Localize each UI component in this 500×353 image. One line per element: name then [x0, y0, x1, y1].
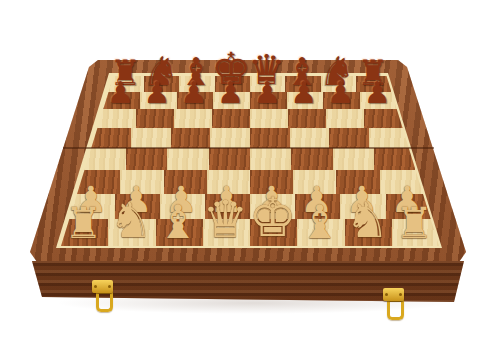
white-bishop[interactable]: ♝ — [299, 199, 340, 245]
white-rook[interactable]: ♜ — [395, 202, 434, 245]
black-pawn[interactable]: ♟ — [327, 78, 354, 108]
black-pawn[interactable]: ♟ — [217, 78, 244, 108]
white-king[interactable]: ♚ — [248, 191, 296, 245]
latch-loop-icon — [387, 299, 404, 320]
latch-plate-icon — [383, 288, 404, 301]
black-pawn[interactable]: ♟ — [181, 78, 208, 108]
white-knight[interactable]: ♞ — [109, 196, 153, 245]
product-photo: ♜♞♝♚♛♝♞♜♟♟♟♟♟♟♟♟♟♟♟♟♟♟♟♟♜♞♝♛♚♝♞♜ — [0, 0, 500, 353]
latch-plate-icon — [92, 280, 113, 293]
latch-loop-icon — [96, 291, 113, 312]
black-pawn[interactable]: ♟ — [364, 78, 391, 108]
white-bishop[interactable]: ♝ — [158, 199, 199, 245]
black-pawn[interactable]: ♟ — [107, 78, 134, 108]
white-rook[interactable]: ♜ — [64, 202, 103, 245]
piece-layer: ♜♞♝♚♛♝♞♜♟♟♟♟♟♟♟♟♟♟♟♟♟♟♟♟♜♞♝♛♚♝♞♜ — [0, 0, 500, 353]
brass-latch-left — [92, 280, 114, 318]
white-queen[interactable]: ♛ — [203, 194, 249, 245]
black-pawn[interactable]: ♟ — [291, 78, 318, 108]
black-pawn[interactable]: ♟ — [254, 78, 281, 108]
brass-latch-right — [383, 288, 405, 326]
folding-chess-box: ♜♞♝♚♛♝♞♜♟♟♟♟♟♟♟♟♟♟♟♟♟♟♟♟♜♞♝♛♚♝♞♜ — [0, 0, 500, 353]
white-knight[interactable]: ♞ — [345, 196, 389, 245]
black-pawn[interactable]: ♟ — [144, 78, 171, 108]
